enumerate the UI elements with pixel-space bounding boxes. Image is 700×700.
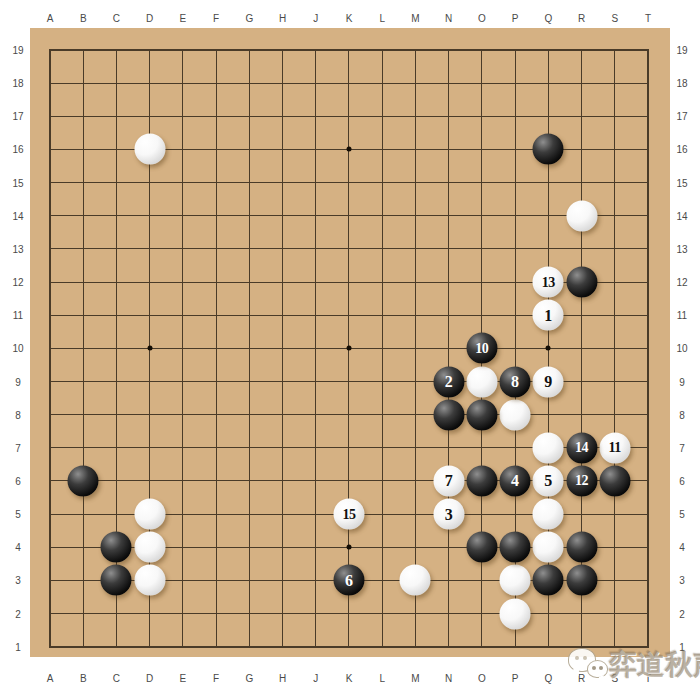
wechat-icon (566, 645, 608, 685)
board-column-label: Q (544, 13, 552, 24)
board-column-label: L (379, 673, 385, 684)
stone-p8 (500, 399, 531, 430)
star-point (147, 346, 152, 351)
board-column-label: T (645, 13, 651, 24)
star-point (346, 346, 351, 351)
stone-p3 (500, 565, 531, 596)
board-row-label: 3 (679, 575, 685, 586)
move-number: 10 (475, 341, 488, 355)
board-row-label: 14 (676, 210, 687, 221)
stone-r6: 12 (566, 465, 597, 496)
grid-line-vertical (614, 49, 615, 648)
board-row-label: 18 (12, 78, 23, 89)
stone-o10: 10 (466, 333, 497, 364)
board-row-label: 16 (12, 144, 23, 155)
board-column-label: H (279, 13, 286, 24)
board-column-label: A (47, 673, 54, 684)
board-row-label: 9 (15, 376, 21, 387)
board-row-label: 18 (676, 78, 687, 89)
board-row-label: 7 (15, 442, 21, 453)
board-row-label: 1 (15, 641, 21, 652)
stone-o6 (466, 465, 497, 496)
stone-o8 (466, 399, 497, 430)
board-column-label: C (113, 673, 120, 684)
stone-n5: 3 (433, 499, 464, 530)
grid-line-vertical (647, 49, 649, 648)
board-row-label: 13 (12, 243, 23, 254)
stone-r3 (566, 565, 597, 596)
star-point (546, 346, 551, 351)
stone-p9: 8 (500, 366, 531, 397)
board-column-label: N (445, 673, 452, 684)
board-column-label: B (80, 13, 87, 24)
board-row-label: 4 (15, 542, 21, 553)
board-row-label: 14 (12, 210, 23, 221)
board-row-label: 13 (676, 243, 687, 254)
board-column-label: Q (544, 673, 552, 684)
stone-p6: 4 (500, 465, 531, 496)
board-column-label: A (47, 13, 54, 24)
stone-q9: 9 (533, 366, 564, 397)
board-column-label: B (80, 673, 87, 684)
board-column-label: E (180, 673, 187, 684)
board-row-label: 5 (679, 509, 685, 520)
stone-o4 (466, 532, 497, 563)
stone-k3: 6 (333, 565, 364, 596)
board-column-label: E (180, 13, 187, 24)
stone-c4 (101, 532, 132, 563)
board-column-label: O (478, 13, 486, 24)
board-column-label: O (478, 673, 486, 684)
move-number: 6 (345, 572, 353, 588)
move-number: 7 (445, 473, 453, 489)
board-column-label: K (346, 13, 353, 24)
board-row-label: 4 (679, 542, 685, 553)
move-number: 9 (544, 374, 552, 390)
board-column-label: M (411, 13, 419, 24)
stone-d4 (134, 532, 165, 563)
stone-o9 (466, 366, 497, 397)
board-column-label: D (146, 13, 153, 24)
move-number: 3 (445, 506, 453, 522)
stone-n6: 7 (433, 465, 464, 496)
stone-q7 (533, 432, 564, 463)
move-number: 8 (511, 374, 519, 390)
star-point (346, 545, 351, 550)
board-column-label: P (512, 13, 519, 24)
stone-d3 (134, 565, 165, 596)
board-row-label: 5 (15, 509, 21, 520)
stone-d16 (134, 134, 165, 165)
stone-n9: 2 (433, 366, 464, 397)
stone-r7: 14 (566, 432, 597, 463)
board-row-label: 6 (15, 475, 21, 486)
board-row-label: 6 (679, 475, 685, 486)
board-column-label: M (411, 673, 419, 684)
stone-q5 (533, 499, 564, 530)
stone-m3 (400, 565, 431, 596)
grid-line-horizontal (49, 613, 649, 614)
board-column-label: G (245, 13, 253, 24)
move-number: 5 (544, 473, 552, 489)
watermark: 弈道秋声 (566, 645, 700, 685)
board-column-label: F (213, 13, 219, 24)
board-row-label: 15 (12, 177, 23, 188)
stone-q11: 1 (533, 300, 564, 331)
stone-r4 (566, 532, 597, 563)
stone-s7: 11 (599, 432, 630, 463)
board-column-label: R (578, 13, 585, 24)
star-point (346, 147, 351, 152)
board-row-label: 3 (15, 575, 21, 586)
stone-c3 (101, 565, 132, 596)
go-diagram-page: AABBCCDDEEFFGGHHJJKKLLMMNNOOPPQQRRSSTT19… (0, 0, 700, 700)
board-column-label: S (611, 13, 618, 24)
board-row-label: 10 (676, 343, 687, 354)
stone-s6 (599, 465, 630, 496)
board-row-label: 11 (13, 310, 23, 321)
board-row-label: 19 (676, 45, 687, 56)
stone-r12 (566, 267, 597, 298)
board-row-label: 10 (12, 343, 23, 354)
move-number: 15 (342, 507, 355, 521)
board-column-label: L (379, 13, 385, 24)
board-row-label: 12 (12, 277, 23, 288)
stone-p4 (500, 532, 531, 563)
board-row-label: 2 (679, 608, 685, 619)
board-column-label: P (512, 673, 519, 684)
board-column-label: J (313, 13, 318, 24)
stone-q3 (533, 565, 564, 596)
grid-line-vertical (415, 49, 416, 648)
stone-q4 (533, 532, 564, 563)
move-number: 11 (609, 441, 621, 455)
wechat-bubble-small (587, 660, 608, 678)
board-row-label: 17 (676, 111, 687, 122)
watermark-text: 弈道秋声 (609, 646, 700, 684)
board-row-label: 17 (12, 111, 23, 122)
move-number: 13 (542, 275, 555, 289)
move-number: 2 (445, 374, 453, 390)
board-column-label: G (245, 673, 253, 684)
board-row-label: 16 (676, 144, 687, 155)
stone-k5: 15 (333, 499, 364, 530)
grid-line-vertical (448, 49, 449, 648)
board-row-label: 9 (679, 376, 685, 387)
board-row-label: 12 (676, 277, 687, 288)
stone-r14 (566, 200, 597, 231)
stone-b6 (68, 465, 99, 496)
board-row-label: 19 (12, 45, 23, 56)
grid-line-vertical (382, 49, 383, 648)
board-row-label: 2 (15, 608, 21, 619)
board-row-label: 8 (15, 409, 21, 420)
stone-q6: 5 (533, 465, 564, 496)
board-row-label: 8 (679, 409, 685, 420)
stone-n8 (433, 399, 464, 430)
board-column-label: N (445, 13, 452, 24)
board-row-label: 7 (679, 442, 685, 453)
stone-p2 (500, 598, 531, 629)
board-row-label: 15 (676, 177, 687, 188)
board-column-label: F (213, 673, 219, 684)
stone-q12: 13 (533, 267, 564, 298)
grid-line-horizontal (49, 414, 649, 415)
move-number: 1 (544, 307, 552, 323)
stone-d5 (134, 499, 165, 530)
board-column-label: J (313, 673, 318, 684)
move-number: 14 (575, 441, 588, 455)
grid-line-horizontal (49, 646, 649, 648)
go-board (30, 28, 670, 657)
board-row-label: 11 (677, 310, 687, 321)
move-number: 4 (511, 473, 519, 489)
stone-q16 (533, 134, 564, 165)
board-column-label: D (146, 673, 153, 684)
board-column-label: C (113, 13, 120, 24)
move-number: 12 (575, 474, 588, 488)
board-column-label: K (346, 673, 353, 684)
board-column-label: H (279, 673, 286, 684)
